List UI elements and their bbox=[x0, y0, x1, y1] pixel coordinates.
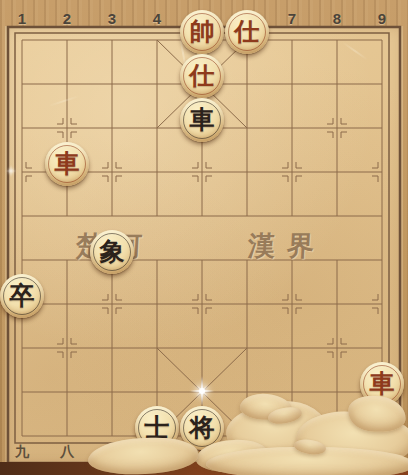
coord-top-1: 1 bbox=[10, 10, 34, 27]
coord-top-4: 4 bbox=[145, 10, 169, 27]
piece-red-advisor[interactable]: 仕 bbox=[180, 54, 224, 98]
piece-glyph: 象 bbox=[100, 239, 125, 264]
piece-glyph: 帥 bbox=[190, 19, 215, 44]
piece-glyph: 仕 bbox=[235, 19, 260, 44]
coord-top-7: 7 bbox=[280, 10, 304, 27]
piece-glyph: 車 bbox=[370, 371, 395, 396]
piece-black-soldier[interactable]: 卒 bbox=[0, 274, 44, 318]
piece-glyph: 卒 bbox=[10, 283, 35, 308]
piece-black-elephant[interactable]: 象 bbox=[90, 230, 134, 274]
piece-glyph: 車 bbox=[55, 151, 80, 176]
coord-bottom-1: 九 bbox=[10, 443, 34, 461]
river-text-right: 漢界 bbox=[247, 228, 327, 264]
xiangqi-board[interactable]: 楚河 漢界 123456789 九八七六五四三二一 帥仕仕車車象卒車士将車 bbox=[0, 0, 408, 475]
piece-glyph: 車 bbox=[190, 107, 215, 132]
coord-top-2: 2 bbox=[55, 10, 79, 27]
piece-glyph: 仕 bbox=[190, 63, 215, 88]
coord-top-3: 3 bbox=[100, 10, 124, 27]
piece-glyph: 士 bbox=[145, 415, 170, 440]
piece-red-chariot[interactable]: 車 bbox=[45, 142, 89, 186]
piece-red-general[interactable]: 帥 bbox=[180, 10, 224, 54]
coord-top-9: 9 bbox=[370, 10, 394, 27]
coord-top-8: 8 bbox=[325, 10, 349, 27]
coord-bottom-2: 八 bbox=[55, 443, 79, 461]
piece-black-chariot[interactable]: 車 bbox=[180, 98, 224, 142]
piece-glyph: 将 bbox=[190, 415, 215, 440]
piece-red-advisor[interactable]: 仕 bbox=[225, 10, 269, 54]
